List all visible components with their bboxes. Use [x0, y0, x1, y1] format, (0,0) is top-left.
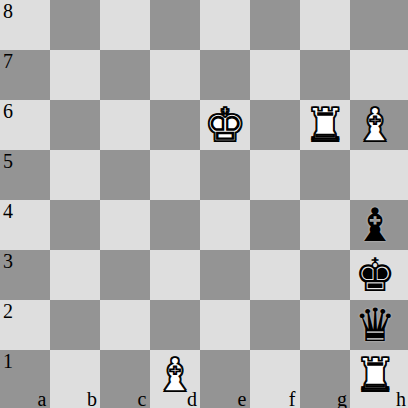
- square-e8[interactable]: [200, 0, 250, 50]
- square-c4[interactable]: [100, 200, 150, 250]
- square-e5[interactable]: [200, 150, 250, 200]
- file-label-d: d: [185, 390, 199, 408]
- square-h3[interactable]: ♚: [350, 250, 408, 300]
- square-h8[interactable]: [350, 0, 408, 50]
- square-e2[interactable]: [200, 300, 250, 350]
- square-d7[interactable]: [150, 50, 200, 100]
- file-label-b: b: [85, 390, 99, 408]
- rank-label-1: 1: [3, 352, 19, 370]
- square-c5[interactable]: [100, 150, 150, 200]
- white-king-e6[interactable]: ♚: [204, 102, 245, 148]
- square-g3[interactable]: [300, 250, 350, 300]
- square-f7[interactable]: [250, 50, 300, 100]
- white-rook-h1[interactable]: ♜: [354, 352, 395, 398]
- black-king-h3[interactable]: ♚: [354, 252, 395, 298]
- square-d5[interactable]: [150, 150, 200, 200]
- square-f2[interactable]: [250, 300, 300, 350]
- file-label-h: h: [394, 390, 408, 408]
- square-b6[interactable]: [50, 100, 100, 150]
- rank-label-4: 4: [3, 202, 19, 220]
- chessboard-panel: ♚♜♝♝♚♛♝♜ 87654321abcdefgh: [0, 0, 408, 408]
- square-g4[interactable]: [300, 200, 350, 250]
- rank-label-3: 3: [3, 252, 19, 270]
- file-label-a: a: [35, 390, 49, 408]
- rank-label-7: 7: [3, 52, 19, 70]
- square-g6[interactable]: ♜: [300, 100, 350, 150]
- white-bishop-h6[interactable]: ♝: [354, 102, 395, 148]
- square-b4[interactable]: [50, 200, 100, 250]
- square-d8[interactable]: [150, 0, 200, 50]
- file-label-c: c: [135, 390, 149, 408]
- square-h7[interactable]: [350, 50, 408, 100]
- square-b3[interactable]: [50, 250, 100, 300]
- rank-label-2: 2: [3, 302, 19, 320]
- square-e4[interactable]: [200, 200, 250, 250]
- square-g2[interactable]: [300, 300, 350, 350]
- chess-board: ♚♜♝♝♚♛♝♜: [0, 0, 408, 408]
- square-b5[interactable]: [50, 150, 100, 200]
- square-g5[interactable]: [300, 150, 350, 200]
- rank-label-8: 8: [3, 2, 19, 20]
- white-rook-g6[interactable]: ♜: [304, 102, 345, 148]
- square-e3[interactable]: [200, 250, 250, 300]
- square-h5[interactable]: [350, 150, 408, 200]
- square-b8[interactable]: [50, 0, 100, 50]
- square-b7[interactable]: [50, 50, 100, 100]
- file-label-g: g: [335, 390, 349, 408]
- black-queen-h2[interactable]: ♛: [354, 302, 395, 348]
- square-f8[interactable]: [250, 0, 300, 50]
- square-c2[interactable]: [100, 300, 150, 350]
- square-d6[interactable]: [150, 100, 200, 150]
- square-b2[interactable]: [50, 300, 100, 350]
- square-c3[interactable]: [100, 250, 150, 300]
- file-label-e: e: [235, 390, 249, 408]
- rank-label-5: 5: [3, 152, 19, 170]
- square-f3[interactable]: [250, 250, 300, 300]
- file-label-f: f: [285, 390, 299, 408]
- square-c8[interactable]: [100, 0, 150, 50]
- square-c6[interactable]: [100, 100, 150, 150]
- square-d3[interactable]: [150, 250, 200, 300]
- square-d2[interactable]: [150, 300, 200, 350]
- square-f5[interactable]: [250, 150, 300, 200]
- square-e6[interactable]: ♚: [200, 100, 250, 150]
- square-g7[interactable]: [300, 50, 350, 100]
- square-f6[interactable]: [250, 100, 300, 150]
- square-f4[interactable]: [250, 200, 300, 250]
- black-bishop-h4[interactable]: ♝: [354, 202, 395, 248]
- square-g8[interactable]: [300, 0, 350, 50]
- square-c7[interactable]: [100, 50, 150, 100]
- square-e7[interactable]: [200, 50, 250, 100]
- square-h2[interactable]: ♛: [350, 300, 408, 350]
- rank-label-6: 6: [3, 102, 19, 120]
- square-h4[interactable]: ♝: [350, 200, 408, 250]
- square-d4[interactable]: [150, 200, 200, 250]
- square-h6[interactable]: ♝: [350, 100, 408, 150]
